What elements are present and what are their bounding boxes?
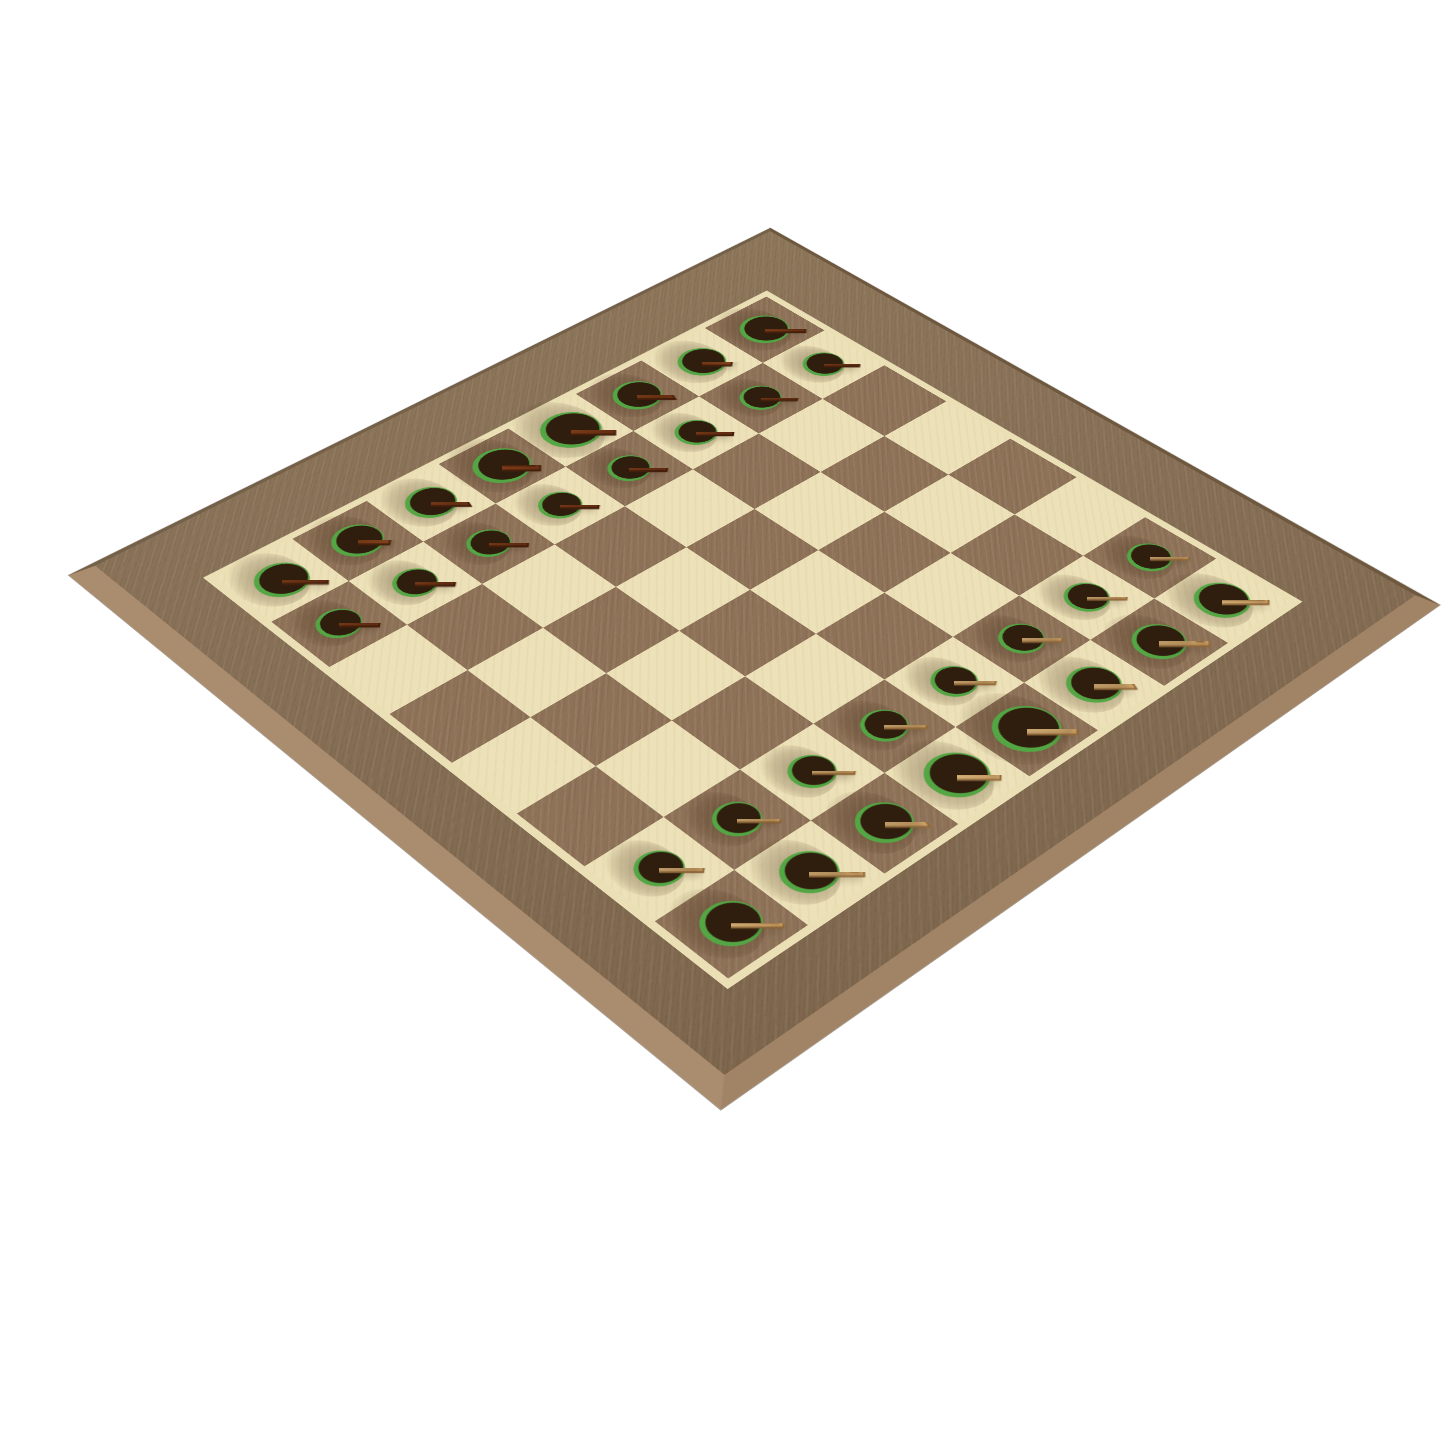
chess-set-photo-scene: ♜♞♝♚♛♝♞♜♟♟♟♟♟♟♟♟♟♟♟♟♟♟♟♟♜♞♝♚♛♝♞♜ <box>0 0 1445 1445</box>
chess-board: ♜♞♝♚♛♝♞♜♟♟♟♟♟♟♟♟♟♟♟♟♟♟♟♟♜♞♝♚♛♝♞♜ <box>69 228 1440 1110</box>
